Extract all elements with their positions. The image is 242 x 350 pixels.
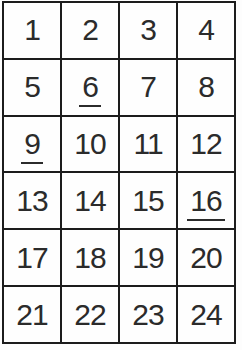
grid-cell: 23: [120, 287, 176, 342]
cell-number: 18: [73, 243, 106, 273]
cell-number: 22: [73, 300, 106, 330]
cell-number: 3: [139, 15, 157, 45]
grid-cell: 12: [178, 117, 234, 172]
cell-number: 13: [15, 186, 48, 216]
cell-number: 15: [131, 186, 164, 216]
grid-cell: 7: [120, 60, 176, 115]
grid-cell: 5: [4, 60, 60, 115]
grid-cell: 16: [178, 173, 234, 228]
cell-number: 5: [23, 72, 41, 102]
grid-cell: 3: [120, 3, 176, 58]
grid-cell: 24: [178, 287, 234, 342]
grid-cell: 6: [62, 60, 118, 115]
grid-cell: 15: [120, 173, 176, 228]
cell-number: 2: [81, 15, 99, 45]
grid-cell: 19: [120, 230, 176, 285]
cell-number: 24: [189, 300, 222, 330]
cell-number: 19: [131, 243, 164, 273]
grid-cell: 11: [120, 117, 176, 172]
cell-number: 11: [132, 129, 163, 159]
grid-cell: 4: [178, 3, 234, 58]
cell-number: 6: [79, 72, 101, 107]
grid-cell: 8: [178, 60, 234, 115]
cell-number: 20: [189, 243, 222, 273]
cell-number: 21: [15, 300, 48, 330]
grid-cell: 22: [62, 287, 118, 342]
page: 123456789101112131415161718192021222324: [0, 0, 242, 350]
cell-number: 1: [23, 15, 41, 45]
cell-number: 12: [189, 129, 222, 159]
grid-cell: 14: [62, 173, 118, 228]
grid-cell: 20: [178, 230, 234, 285]
grid-cell: 9: [4, 117, 60, 172]
cell-number: 10: [73, 129, 106, 159]
grid-cell: 18: [62, 230, 118, 285]
cell-number: 8: [197, 72, 215, 102]
cell-number: 14: [73, 186, 106, 216]
cell-number: 9: [21, 129, 43, 164]
cell-number: 7: [139, 72, 157, 102]
grid-cell: 2: [62, 3, 118, 58]
cell-number: 17: [15, 243, 48, 273]
grid-cell: 10: [62, 117, 118, 172]
cell-number: 4: [197, 15, 215, 45]
number-grid: 123456789101112131415161718192021222324: [2, 1, 236, 344]
grid-cell: 13: [4, 173, 60, 228]
grid-cell: 1: [4, 3, 60, 58]
cell-number: 23: [131, 300, 164, 330]
grid-cell: 21: [4, 287, 60, 342]
grid-cell: 17: [4, 230, 60, 285]
cell-number: 16: [187, 186, 224, 221]
